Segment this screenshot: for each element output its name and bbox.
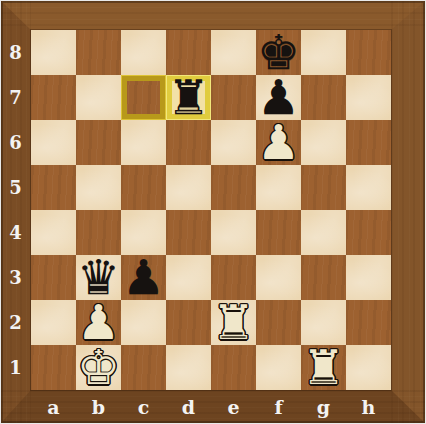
square-g4[interactable] [301, 210, 346, 255]
square-g8[interactable] [301, 30, 346, 75]
square-e4[interactable] [211, 210, 256, 255]
board: ♚♜♟♟♛♟♟♜♚♜ [31, 30, 391, 390]
square-h7[interactable] [346, 75, 391, 120]
square-e5[interactable] [211, 165, 256, 210]
piece-white-rook[interactable]: ♜ [212, 300, 255, 345]
square-a3[interactable] [31, 255, 76, 300]
square-f5[interactable] [256, 165, 301, 210]
square-d2[interactable] [166, 300, 211, 345]
piece-black-rook[interactable]: ♜ [167, 75, 210, 120]
square-h4[interactable] [346, 210, 391, 255]
square-a7[interactable] [31, 75, 76, 120]
square-a1[interactable] [31, 345, 76, 390]
square-c7[interactable] [121, 75, 166, 120]
square-b7[interactable] [76, 75, 121, 120]
square-f2[interactable] [256, 300, 301, 345]
square-d1[interactable] [166, 345, 211, 390]
square-f3[interactable] [256, 255, 301, 300]
square-b1[interactable]: ♚ [76, 345, 121, 390]
file-label-h: h [346, 392, 391, 422]
rank-label-8: 8 [0, 30, 31, 75]
square-c5[interactable] [121, 165, 166, 210]
square-c3[interactable]: ♟ [121, 255, 166, 300]
rank-label-6: 6 [0, 120, 31, 165]
square-b5[interactable] [76, 165, 121, 210]
square-d3[interactable] [166, 255, 211, 300]
file-label-d: d [166, 392, 211, 422]
rank-label-5: 5 [0, 165, 31, 210]
square-h3[interactable] [346, 255, 391, 300]
square-b8[interactable] [76, 30, 121, 75]
rank-label-3: 3 [0, 255, 31, 300]
square-f4[interactable] [256, 210, 301, 255]
file-label-e: e [211, 392, 256, 422]
square-c8[interactable] [121, 30, 166, 75]
chess-board-widget: ♚♜♟♟♛♟♟♜♚♜ 87654321 abcdefgh [0, 0, 426, 424]
square-g6[interactable] [301, 120, 346, 165]
square-h6[interactable] [346, 120, 391, 165]
square-c2[interactable] [121, 300, 166, 345]
square-a8[interactable] [31, 30, 76, 75]
file-label-b: b [76, 392, 121, 422]
square-f1[interactable] [256, 345, 301, 390]
piece-white-rook[interactable]: ♜ [302, 345, 345, 390]
file-label-g: g [301, 392, 346, 422]
square-g1[interactable]: ♜ [301, 345, 346, 390]
piece-white-pawn[interactable]: ♟ [257, 120, 300, 165]
square-a4[interactable] [31, 210, 76, 255]
file-label-c: c [121, 392, 166, 422]
piece-white-king[interactable]: ♚ [77, 345, 120, 390]
square-h2[interactable] [346, 300, 391, 345]
rank-label-4: 4 [0, 210, 31, 255]
square-d6[interactable] [166, 120, 211, 165]
square-c1[interactable] [121, 345, 166, 390]
square-e2[interactable]: ♜ [211, 300, 256, 345]
square-e7[interactable] [211, 75, 256, 120]
file-label-f: f [256, 392, 301, 422]
square-b6[interactable] [76, 120, 121, 165]
square-g3[interactable] [301, 255, 346, 300]
square-c6[interactable] [121, 120, 166, 165]
square-e8[interactable] [211, 30, 256, 75]
square-e6[interactable] [211, 120, 256, 165]
file-label-a: a [31, 392, 76, 422]
rank-label-1: 1 [0, 345, 31, 390]
square-h5[interactable] [346, 165, 391, 210]
piece-black-pawn[interactable]: ♟ [122, 255, 165, 300]
square-a5[interactable] [31, 165, 76, 210]
square-d5[interactable] [166, 165, 211, 210]
square-h8[interactable] [346, 30, 391, 75]
square-d7[interactable]: ♜ [166, 75, 211, 120]
rank-label-7: 7 [0, 75, 31, 120]
square-a6[interactable] [31, 120, 76, 165]
rank-label-2: 2 [0, 300, 31, 345]
square-d4[interactable] [166, 210, 211, 255]
square-g7[interactable] [301, 75, 346, 120]
square-e1[interactable] [211, 345, 256, 390]
square-h1[interactable] [346, 345, 391, 390]
square-g5[interactable] [301, 165, 346, 210]
square-f6[interactable]: ♟ [256, 120, 301, 165]
square-a2[interactable] [31, 300, 76, 345]
